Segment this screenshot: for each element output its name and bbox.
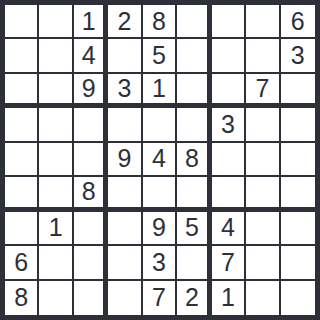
cell-r4c9[interactable] [281,108,315,142]
cell-r6c8[interactable] [246,177,280,211]
cell-r7c5[interactable]: 9 [143,212,177,246]
cell-r1c8[interactable] [246,5,280,39]
cell-r6c5[interactable] [143,177,177,211]
cell-r3c9[interactable] [281,74,315,108]
cell-r3c6[interactable] [177,74,211,108]
cell-r2c4[interactable] [108,39,142,73]
cell-r6c3[interactable]: 8 [74,177,108,211]
cell-r6c1[interactable] [5,177,39,211]
cell-r9c5[interactable]: 7 [143,281,177,315]
cell-r1c5[interactable]: 8 [143,5,177,39]
cell-r6c4[interactable] [108,177,142,211]
cell-r2c5[interactable]: 5 [143,39,177,73]
cell-r4c4[interactable] [108,108,142,142]
cell-r2c1[interactable] [5,39,39,73]
cell-r2c7[interactable] [212,39,246,73]
cell-r5c9[interactable] [281,143,315,177]
cell-r7c4[interactable] [108,212,142,246]
cell-r9c7[interactable]: 1 [212,281,246,315]
cell-r4c1[interactable] [5,108,39,142]
cell-r8c2[interactable] [39,246,73,280]
cell-r8c1[interactable]: 6 [5,246,39,280]
cell-r1c7[interactable] [212,5,246,39]
cell-r5c1[interactable] [5,143,39,177]
cell-r8c4[interactable] [108,246,142,280]
cell-r8c6[interactable] [177,246,211,280]
cell-r9c9[interactable] [281,281,315,315]
cell-r7c1[interactable] [5,212,39,246]
cell-r9c8[interactable] [246,281,280,315]
cell-r1c2[interactable] [39,5,73,39]
cell-r5c8[interactable] [246,143,280,177]
cell-r5c4[interactable]: 9 [108,143,142,177]
cell-r1c1[interactable] [5,5,39,39]
cell-r2c2[interactable] [39,39,73,73]
cell-r6c7[interactable] [212,177,246,211]
cell-r7c7[interactable]: 4 [212,212,246,246]
cell-r9c3[interactable] [74,281,108,315]
cell-r7c2[interactable]: 1 [39,212,73,246]
cell-r1c6[interactable] [177,5,211,39]
cell-r4c5[interactable] [143,108,177,142]
cell-r3c8[interactable]: 7 [246,74,280,108]
cell-r4c7[interactable]: 3 [212,108,246,142]
cell-r3c3[interactable]: 9 [74,74,108,108]
cell-r7c8[interactable] [246,212,280,246]
cell-r1c9[interactable]: 6 [281,5,315,39]
cell-r2c9[interactable]: 3 [281,39,315,73]
cell-r3c2[interactable] [39,74,73,108]
cell-r2c3[interactable]: 4 [74,39,108,73]
cell-r5c6[interactable]: 8 [177,143,211,177]
cell-r9c1[interactable]: 8 [5,281,39,315]
cell-r6c6[interactable] [177,177,211,211]
cell-r3c4[interactable]: 3 [108,74,142,108]
cell-r3c5[interactable]: 1 [143,74,177,108]
cell-r4c2[interactable] [39,108,73,142]
cell-r4c8[interactable] [246,108,280,142]
cell-r5c3[interactable] [74,143,108,177]
cell-r6c9[interactable] [281,177,315,211]
cell-r5c7[interactable] [212,143,246,177]
cell-r9c2[interactable] [39,281,73,315]
cell-r8c8[interactable] [246,246,280,280]
cell-r5c5[interactable]: 4 [143,143,177,177]
cell-r5c2[interactable] [39,143,73,177]
cell-r7c9[interactable] [281,212,315,246]
cell-r7c6[interactable]: 5 [177,212,211,246]
cell-r3c1[interactable] [5,74,39,108]
sudoku-board: 128645393173948819546378721 [0,0,320,320]
cell-r8c5[interactable]: 3 [143,246,177,280]
cell-r6c2[interactable] [39,177,73,211]
cell-r1c3[interactable]: 1 [74,5,108,39]
cell-r2c6[interactable] [177,39,211,73]
cell-r8c3[interactable] [74,246,108,280]
cell-r8c9[interactable] [281,246,315,280]
cell-r2c8[interactable] [246,39,280,73]
cell-r9c4[interactable] [108,281,142,315]
cell-r7c3[interactable] [74,212,108,246]
cell-r4c6[interactable] [177,108,211,142]
cell-r4c3[interactable] [74,108,108,142]
cell-r9c6[interactable]: 2 [177,281,211,315]
cell-r8c7[interactable]: 7 [212,246,246,280]
cell-r3c7[interactable] [212,74,246,108]
cell-r1c4[interactable]: 2 [108,5,142,39]
